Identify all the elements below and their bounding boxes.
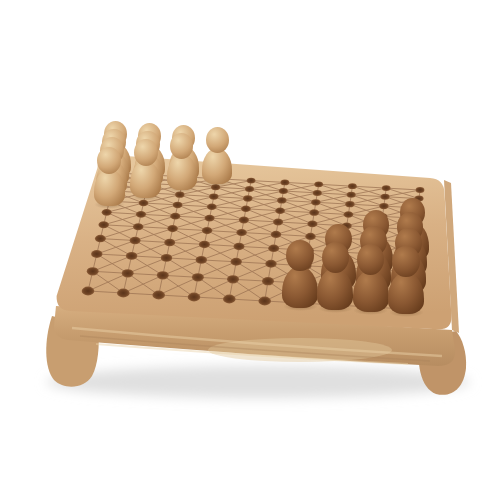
- board-hole[interactable]: [347, 192, 356, 198]
- board-hole[interactable]: [188, 293, 201, 302]
- board-hole[interactable]: [167, 225, 177, 232]
- board-hole[interactable]: [192, 273, 204, 281]
- board-hole[interactable]: [223, 295, 236, 304]
- board-hole[interactable]: [311, 199, 320, 205]
- board-hole[interactable]: [247, 178, 256, 184]
- board-hole[interactable]: [241, 206, 251, 213]
- board-hole[interactable]: [82, 287, 95, 296]
- peg-body: [282, 266, 318, 308]
- board-hole[interactable]: [196, 256, 207, 264]
- board-hole[interactable]: [379, 203, 388, 209]
- board-hole[interactable]: [307, 221, 317, 228]
- board-hole[interactable]: [91, 250, 102, 258]
- board-hole[interactable]: [262, 277, 274, 285]
- board-hole[interactable]: [236, 229, 246, 236]
- board-hole[interactable]: [209, 193, 218, 199]
- peg-light[interactable]: [166, 133, 198, 191]
- peg-head: [322, 242, 349, 273]
- board-hole[interactable]: [130, 237, 141, 244]
- board-hole[interactable]: [161, 254, 172, 262]
- peg-head: [357, 244, 384, 275]
- board-hole[interactable]: [164, 239, 175, 246]
- peg-light[interactable]: [93, 147, 126, 207]
- board-hole[interactable]: [382, 185, 391, 191]
- board-hole[interactable]: [245, 186, 254, 192]
- peg-dark[interactable]: [387, 246, 425, 314]
- peg-head: [206, 127, 229, 153]
- peg-head: [392, 246, 419, 277]
- board-hole[interactable]: [205, 215, 215, 222]
- board-hole[interactable]: [95, 235, 106, 242]
- board-hole[interactable]: [348, 183, 357, 189]
- board-hole[interactable]: [117, 289, 130, 298]
- board-hole[interactable]: [231, 258, 242, 266]
- peg-body: [317, 268, 353, 310]
- peg-body: [353, 270, 389, 312]
- peg-head: [134, 139, 158, 166]
- board-hole[interactable]: [344, 211, 354, 218]
- board-hole[interactable]: [102, 209, 112, 216]
- board-hole[interactable]: [265, 260, 276, 268]
- board-hole[interactable]: [136, 211, 146, 218]
- board-hole[interactable]: [313, 190, 322, 196]
- board-hole[interactable]: [227, 275, 239, 283]
- board-hole[interactable]: [268, 245, 279, 252]
- board-hole[interactable]: [305, 233, 315, 240]
- board-hole[interactable]: [314, 181, 323, 187]
- peg-dark[interactable]: [316, 242, 354, 310]
- board-hole[interactable]: [133, 223, 143, 230]
- board-hole[interactable]: [234, 243, 245, 250]
- peg-body: [167, 154, 197, 190]
- board-hole[interactable]: [199, 241, 210, 248]
- board-hole[interactable]: [122, 269, 134, 277]
- board-hole[interactable]: [87, 267, 99, 275]
- peg-body: [94, 169, 125, 206]
- board-hole[interactable]: [152, 291, 165, 300]
- board-hole[interactable]: [207, 204, 217, 211]
- board-hole[interactable]: [126, 252, 137, 260]
- board-hole[interactable]: [173, 202, 183, 209]
- peg-body: [130, 161, 161, 197]
- peg-light[interactable]: [129, 139, 162, 198]
- board-hole[interactable]: [271, 231, 281, 238]
- board-hole[interactable]: [243, 195, 252, 201]
- peg-body: [202, 148, 232, 183]
- peg-dark[interactable]: [352, 244, 390, 312]
- board-hole[interactable]: [98, 221, 108, 228]
- board-hole[interactable]: [281, 180, 290, 186]
- peg-head: [97, 147, 121, 174]
- board-hole[interactable]: [239, 217, 249, 224]
- board-hole[interactable]: [277, 197, 286, 203]
- board-hole[interactable]: [345, 201, 354, 207]
- board-hole[interactable]: [157, 271, 169, 279]
- peg-dark[interactable]: [281, 240, 319, 308]
- peg-head: [170, 133, 193, 160]
- product-photo-stage: [0, 0, 500, 500]
- board-hole[interactable]: [258, 297, 271, 306]
- board-hole[interactable]: [279, 188, 288, 194]
- board-hole[interactable]: [275, 207, 285, 214]
- peg-head: [286, 240, 313, 271]
- board-hole[interactable]: [309, 209, 319, 216]
- board-hole[interactable]: [416, 187, 425, 193]
- board-hole[interactable]: [170, 213, 180, 220]
- board-hole[interactable]: [202, 227, 212, 234]
- peg-light[interactable]: [201, 127, 233, 184]
- board-shadow: [46, 366, 470, 398]
- board-hole[interactable]: [273, 219, 283, 226]
- board-hole[interactable]: [381, 194, 390, 200]
- peg-body: [388, 272, 424, 314]
